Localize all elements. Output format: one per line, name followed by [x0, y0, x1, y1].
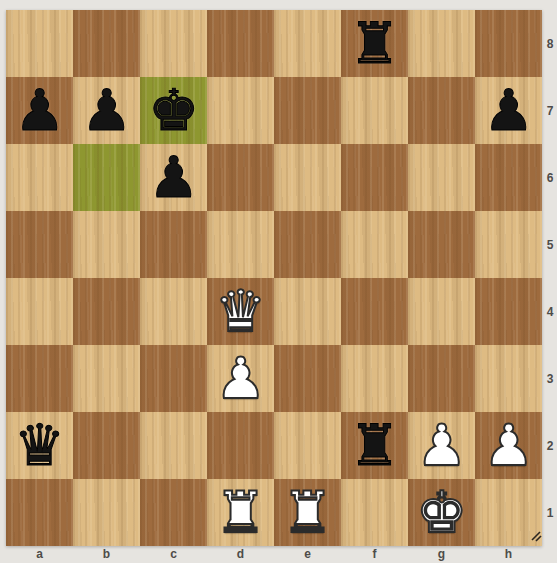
black-pawn[interactable]: ♟	[140, 144, 207, 211]
square-g8[interactable]	[408, 10, 475, 77]
square-g3[interactable]	[408, 345, 475, 412]
square-b4[interactable]	[73, 278, 140, 345]
square-e8[interactable]	[274, 10, 341, 77]
white-rook[interactable]: ♜	[274, 479, 341, 546]
square-c1[interactable]	[140, 479, 207, 546]
square-e1[interactable]: ♜	[274, 479, 341, 546]
square-c2[interactable]	[140, 412, 207, 479]
square-h5[interactable]	[475, 211, 542, 278]
square-h4[interactable]	[475, 278, 542, 345]
file-label-a: a	[6, 544, 73, 563]
black-queen[interactable]: ♛	[6, 412, 73, 479]
square-d3[interactable]: ♟	[207, 345, 274, 412]
square-b2[interactable]	[73, 412, 140, 479]
square-g1[interactable]: ♚	[408, 479, 475, 546]
rank-label-3: 3	[543, 345, 557, 412]
rank-label-6: 6	[543, 144, 557, 211]
file-label-c: c	[140, 544, 207, 563]
file-label-f: f	[341, 544, 408, 563]
square-b5[interactable]	[73, 211, 140, 278]
square-d8[interactable]	[207, 10, 274, 77]
rank-label-5: 5	[543, 211, 557, 278]
square-a1[interactable]	[6, 479, 73, 546]
square-f4[interactable]	[341, 278, 408, 345]
square-c3[interactable]	[140, 345, 207, 412]
square-h3[interactable]	[475, 345, 542, 412]
square-e4[interactable]	[274, 278, 341, 345]
square-h2[interactable]: ♟	[475, 412, 542, 479]
square-h7[interactable]: ♟	[475, 77, 542, 144]
square-f1[interactable]	[341, 479, 408, 546]
square-e3[interactable]	[274, 345, 341, 412]
white-king[interactable]: ♚	[408, 479, 475, 546]
black-pawn[interactable]: ♟	[73, 77, 140, 144]
chess-board: ♜♟♟♚♟♟♛♟♛♜♟♟♜♜♚	[6, 10, 542, 546]
square-e6[interactable]	[274, 144, 341, 211]
square-e2[interactable]	[274, 412, 341, 479]
square-d1[interactable]: ♜	[207, 479, 274, 546]
square-c7[interactable]: ♚	[140, 77, 207, 144]
rank-label-7: 7	[543, 77, 557, 144]
square-a5[interactable]	[6, 211, 73, 278]
square-f2[interactable]: ♜	[341, 412, 408, 479]
rank-label-8: 8	[543, 10, 557, 77]
square-g6[interactable]	[408, 144, 475, 211]
white-rook[interactable]: ♜	[207, 479, 274, 546]
square-f6[interactable]	[341, 144, 408, 211]
square-g5[interactable]	[408, 211, 475, 278]
square-d4[interactable]: ♛	[207, 278, 274, 345]
square-c5[interactable]	[140, 211, 207, 278]
black-pawn[interactable]: ♟	[475, 77, 542, 144]
square-f8[interactable]: ♜	[341, 10, 408, 77]
rank-label-1: 1	[543, 479, 557, 546]
black-king[interactable]: ♚	[140, 77, 207, 144]
square-c8[interactable]	[140, 10, 207, 77]
square-a2[interactable]: ♛	[6, 412, 73, 479]
file-label-b: b	[73, 544, 140, 563]
rank-labels: 87654321	[543, 10, 557, 546]
square-f3[interactable]	[341, 345, 408, 412]
black-rook[interactable]: ♜	[341, 412, 408, 479]
square-d6[interactable]	[207, 144, 274, 211]
square-c4[interactable]	[140, 278, 207, 345]
square-h6[interactable]	[475, 144, 542, 211]
square-g7[interactable]	[408, 77, 475, 144]
square-h8[interactable]	[475, 10, 542, 77]
white-pawn[interactable]: ♟	[408, 412, 475, 479]
square-d2[interactable]	[207, 412, 274, 479]
square-g2[interactable]: ♟	[408, 412, 475, 479]
square-a7[interactable]: ♟	[6, 77, 73, 144]
black-pawn[interactable]: ♟	[6, 77, 73, 144]
square-b1[interactable]	[73, 479, 140, 546]
black-rook[interactable]: ♜	[341, 10, 408, 77]
resize-diagonal-icon[interactable]	[529, 529, 543, 543]
rank-label-4: 4	[543, 278, 557, 345]
square-g4[interactable]	[408, 278, 475, 345]
square-f5[interactable]	[341, 211, 408, 278]
white-queen[interactable]: ♛	[207, 278, 274, 345]
file-label-d: d	[207, 544, 274, 563]
square-b6[interactable]	[73, 144, 140, 211]
square-b7[interactable]: ♟	[73, 77, 140, 144]
square-a3[interactable]	[6, 345, 73, 412]
square-d7[interactable]	[207, 77, 274, 144]
file-labels: abcdefgh	[6, 544, 542, 563]
square-c6[interactable]: ♟	[140, 144, 207, 211]
file-label-e: e	[274, 544, 341, 563]
square-a4[interactable]	[6, 278, 73, 345]
file-label-h: h	[475, 544, 542, 563]
square-a6[interactable]	[6, 144, 73, 211]
square-b8[interactable]	[73, 10, 140, 77]
square-e5[interactable]	[274, 211, 341, 278]
rank-label-2: 2	[543, 412, 557, 479]
square-f7[interactable]	[341, 77, 408, 144]
square-a8[interactable]	[6, 10, 73, 77]
white-pawn[interactable]: ♟	[207, 345, 274, 412]
file-label-g: g	[408, 544, 475, 563]
square-e7[interactable]	[274, 77, 341, 144]
square-b3[interactable]	[73, 345, 140, 412]
square-d5[interactable]	[207, 211, 274, 278]
white-pawn[interactable]: ♟	[475, 412, 542, 479]
